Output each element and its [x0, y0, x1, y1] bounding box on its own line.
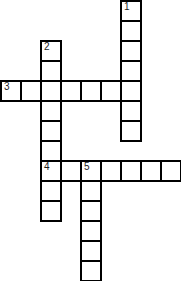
clue-number-4: 4	[44, 162, 50, 172]
crossword-cell-r8c6[interactable]	[121, 161, 141, 181]
clue-number-1: 1	[124, 2, 130, 12]
crossword-cell-r4c6[interactable]	[121, 81, 141, 101]
crossword-cell-r6c2[interactable]	[41, 121, 61, 141]
crossword-cell-r1c6[interactable]	[121, 21, 141, 41]
crossword-cell-r4c2[interactable]	[41, 81, 61, 101]
crossword-cell-r4c4[interactable]	[81, 81, 101, 101]
crossword-cell-r4c0[interactable]: 3	[1, 81, 21, 101]
crossword-cell-r8c2[interactable]: 4	[41, 161, 61, 181]
crossword-cell-r12c4[interactable]	[81, 241, 101, 261]
crossword-cell-r8c8[interactable]	[161, 161, 181, 181]
crossword-cell-r10c4[interactable]	[81, 201, 101, 221]
crossword-cell-r3c6[interactable]	[121, 61, 141, 81]
crossword-cell-r4c5[interactable]	[101, 81, 121, 101]
crossword-cell-r7c2[interactable]	[41, 141, 61, 161]
crossword-cell-r8c4[interactable]: 5	[81, 161, 101, 181]
crossword-cell-r4c3[interactable]	[61, 81, 81, 101]
crossword-cell-r2c6[interactable]	[121, 41, 141, 61]
clue-number-3: 3	[4, 82, 10, 92]
crossword-cell-r2c2[interactable]: 2	[41, 41, 61, 61]
crossword-cell-r6c6[interactable]	[121, 121, 141, 141]
crossword-cell-r10c2[interactable]	[41, 201, 61, 221]
crossword-cell-r0c6[interactable]: 1	[121, 1, 141, 21]
crossword-cell-r5c6[interactable]	[121, 101, 141, 121]
crossword-cell-r3c2[interactable]	[41, 61, 61, 81]
clue-number-2: 2	[44, 42, 50, 52]
crossword-grid: 12345	[0, 0, 181, 281]
crossword-cell-r9c4[interactable]	[81, 181, 101, 201]
crossword-cell-r5c2[interactable]	[41, 101, 61, 121]
crossword-cell-r8c5[interactable]	[101, 161, 121, 181]
crossword-cell-r8c7[interactable]	[141, 161, 161, 181]
clue-number-5: 5	[84, 162, 90, 172]
crossword-cell-r4c1[interactable]	[21, 81, 41, 101]
crossword-cell-r9c2[interactable]	[41, 181, 61, 201]
crossword-cell-r8c3[interactable]	[61, 161, 81, 181]
crossword-cell-r13c4[interactable]	[81, 261, 101, 281]
crossword-cell-r11c4[interactable]	[81, 221, 101, 241]
